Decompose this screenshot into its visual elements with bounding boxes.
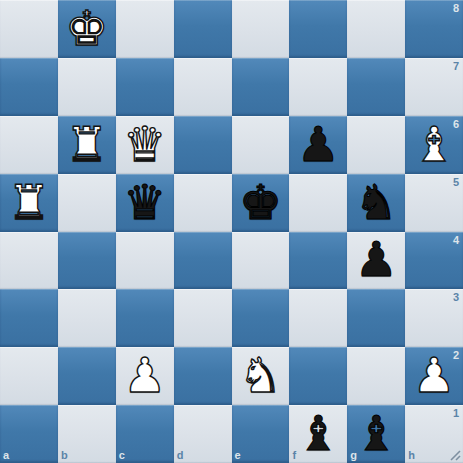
file-label-a: a [3, 450, 9, 461]
square-c5[interactable]: ♛ [116, 174, 174, 232]
square-f3[interactable] [289, 289, 347, 347]
square-g8[interactable] [347, 0, 405, 58]
square-b8[interactable]: ♚ [58, 0, 116, 58]
file-label-b: b [61, 450, 68, 461]
square-d6[interactable] [174, 116, 232, 174]
square-b3[interactable] [58, 289, 116, 347]
rank-label-7: 7 [453, 61, 459, 72]
square-h7[interactable]: 7 [405, 58, 463, 116]
square-b7[interactable] [58, 58, 116, 116]
white-pawn[interactable]: ♟ [413, 351, 456, 399]
square-d8[interactable] [174, 0, 232, 58]
square-b5[interactable] [58, 174, 116, 232]
white-king[interactable]: ♚ [65, 4, 108, 52]
file-label-d: d [177, 450, 184, 461]
square-f8[interactable] [289, 0, 347, 58]
black-king[interactable]: ♚ [239, 178, 282, 226]
square-c8[interactable] [116, 0, 174, 58]
chess-board[interactable]: ♚87♜♛♟♝6♜♛♚♞5♟43♟♞♟2abcde♝f♝gh1 [0, 0, 463, 463]
square-g6[interactable] [347, 116, 405, 174]
square-f7[interactable] [289, 58, 347, 116]
square-f6[interactable]: ♟ [289, 116, 347, 174]
square-d2[interactable] [174, 347, 232, 405]
black-bishop[interactable]: ♝ [355, 409, 398, 457]
square-d5[interactable] [174, 174, 232, 232]
board-resize-handle[interactable] [448, 448, 462, 462]
rank-label-1: 1 [453, 408, 459, 419]
chess-board-container: ♚87♜♛♟♝6♜♛♚♞5♟43♟♞♟2abcde♝f♝gh1 [0, 0, 463, 463]
square-c3[interactable] [116, 289, 174, 347]
square-d4[interactable] [174, 232, 232, 290]
white-queen[interactable]: ♛ [123, 120, 166, 168]
square-c2[interactable]: ♟ [116, 347, 174, 405]
square-h2[interactable]: ♟2 [405, 347, 463, 405]
square-g7[interactable] [347, 58, 405, 116]
square-f4[interactable] [289, 232, 347, 290]
square-e7[interactable] [232, 58, 290, 116]
square-a2[interactable] [0, 347, 58, 405]
square-g2[interactable] [347, 347, 405, 405]
square-g5[interactable]: ♞ [347, 174, 405, 232]
square-a3[interactable] [0, 289, 58, 347]
file-label-c: c [119, 450, 125, 461]
file-label-e: e [235, 450, 241, 461]
square-e8[interactable] [232, 0, 290, 58]
square-f1[interactable]: ♝f [289, 405, 347, 463]
square-e3[interactable] [232, 289, 290, 347]
square-c1[interactable]: c [116, 405, 174, 463]
square-h6[interactable]: ♝6 [405, 116, 463, 174]
square-e2[interactable]: ♞ [232, 347, 290, 405]
square-a5[interactable]: ♜ [0, 174, 58, 232]
white-rook[interactable]: ♜ [65, 120, 108, 168]
square-h3[interactable]: 3 [405, 289, 463, 347]
square-e5[interactable]: ♚ [232, 174, 290, 232]
square-b6[interactable]: ♜ [58, 116, 116, 174]
square-e6[interactable] [232, 116, 290, 174]
square-a1[interactable]: a [0, 405, 58, 463]
square-e1[interactable]: e [232, 405, 290, 463]
rank-label-4: 4 [453, 235, 459, 246]
square-c6[interactable]: ♛ [116, 116, 174, 174]
square-b2[interactable] [58, 347, 116, 405]
black-pawn[interactable]: ♟ [297, 120, 340, 168]
white-knight[interactable]: ♞ [239, 351, 282, 399]
black-bishop[interactable]: ♝ [297, 409, 340, 457]
rank-label-3: 3 [453, 292, 459, 303]
square-f2[interactable] [289, 347, 347, 405]
rank-label-8: 8 [453, 3, 459, 14]
square-c4[interactable] [116, 232, 174, 290]
white-bishop[interactable]: ♝ [413, 120, 456, 168]
black-knight[interactable]: ♞ [355, 178, 398, 226]
square-h8[interactable]: 8 [405, 0, 463, 58]
black-pawn[interactable]: ♟ [355, 235, 398, 283]
square-d3[interactable] [174, 289, 232, 347]
square-f5[interactable] [289, 174, 347, 232]
white-pawn[interactable]: ♟ [123, 351, 166, 399]
square-g4[interactable]: ♟ [347, 232, 405, 290]
file-label-f: f [292, 450, 296, 461]
square-d1[interactable]: d [174, 405, 232, 463]
square-h4[interactable]: 4 [405, 232, 463, 290]
square-g3[interactable] [347, 289, 405, 347]
square-h5[interactable]: 5 [405, 174, 463, 232]
square-b1[interactable]: b [58, 405, 116, 463]
white-rook[interactable]: ♜ [7, 178, 50, 226]
square-d7[interactable] [174, 58, 232, 116]
black-queen[interactable]: ♛ [123, 178, 166, 226]
square-g1[interactable]: ♝g [347, 405, 405, 463]
square-b4[interactable] [58, 232, 116, 290]
square-e4[interactable] [232, 232, 290, 290]
square-a4[interactable] [0, 232, 58, 290]
rank-label-5: 5 [453, 177, 459, 188]
square-c7[interactable] [116, 58, 174, 116]
square-a7[interactable] [0, 58, 58, 116]
square-a8[interactable] [0, 0, 58, 58]
square-a6[interactable] [0, 116, 58, 174]
file-label-h: h [408, 450, 415, 461]
